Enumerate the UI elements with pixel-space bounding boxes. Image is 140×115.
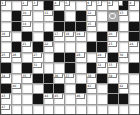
cell-r4-c2[interactable]: 21 xyxy=(22,42,32,51)
clue-number: 42 xyxy=(119,84,123,87)
cell-r2-c11[interactable] xyxy=(119,22,129,31)
cell-r7-c12[interactable] xyxy=(129,74,139,83)
clue-number-box: 9 xyxy=(129,1,134,6)
clue-number: 38 xyxy=(87,74,91,77)
clue-number: 37 xyxy=(65,74,69,77)
cell-r7-c5[interactable]: 36 xyxy=(54,74,64,83)
cell-r3-c10[interactable]: 20 xyxy=(108,32,118,41)
cell-r1-c11[interactable]: 13 xyxy=(119,11,129,20)
cell-r9-c8[interactable] xyxy=(87,94,97,103)
cell-r9-c1[interactable] xyxy=(12,94,22,103)
cell-r10-c6[interactable] xyxy=(65,105,75,114)
clue-number-box: 35 xyxy=(22,74,31,79)
clue-number: 10 xyxy=(22,11,26,14)
cell-r9-c12[interactable] xyxy=(129,94,139,103)
clue-number: 7 xyxy=(97,1,99,4)
cell-r4-c5[interactable] xyxy=(54,42,64,51)
clue-number-box: 33 xyxy=(108,63,117,68)
cell-r10-c11[interactable] xyxy=(119,105,129,114)
cell-r7-c0[interactable]: 34 xyxy=(1,74,11,83)
cell-r2-c8[interactable]: 15 xyxy=(87,22,97,31)
cell-r2-c3[interactable] xyxy=(33,22,43,31)
clue-number-box: 40 xyxy=(12,84,21,89)
cell-r1-c7-black xyxy=(76,11,86,20)
cell-r9-c11-black xyxy=(119,94,129,103)
clue-number-box: 20 xyxy=(108,32,117,37)
clue-number: 43 xyxy=(1,94,5,97)
cell-r1-c0[interactable] xyxy=(1,11,11,20)
cell-r6-c3[interactable]: 31 xyxy=(33,63,43,72)
clue-number-box: 30 xyxy=(119,53,128,58)
cell-r6-c9[interactable]: 32 xyxy=(97,63,107,72)
cell-r8-c4-black xyxy=(44,84,54,93)
clue-number: 16 xyxy=(1,32,5,35)
cell-r10-c3[interactable] xyxy=(33,105,43,114)
cell-r8-c1[interactable]: 40 xyxy=(12,84,22,93)
cell-r3-c6[interactable]: 18 xyxy=(65,32,75,41)
cell-r7-c1[interactable] xyxy=(12,74,22,83)
clue-number: 3 xyxy=(33,1,35,4)
cell-r2-c0[interactable] xyxy=(1,22,11,31)
cell-r4-c4[interactable]: 22 xyxy=(44,42,54,51)
cell-r10-c9[interactable] xyxy=(97,105,107,114)
cell-r4-c0[interactable] xyxy=(1,42,11,51)
cell-r5-c12[interactable] xyxy=(129,53,139,62)
cell-r2-c7-black xyxy=(76,22,86,31)
clue-number-box: 11 xyxy=(44,11,53,16)
cell-r10-c12[interactable] xyxy=(129,105,139,114)
cell-r5-c4[interactable] xyxy=(44,53,54,62)
cell-r7-c9-black xyxy=(97,74,107,83)
cell-r5-c8[interactable] xyxy=(87,53,97,62)
cell-r3-c2-black xyxy=(22,32,32,41)
clue-number: 4 xyxy=(54,1,56,4)
clue-number-box: 1 xyxy=(1,1,6,6)
clue-number-box: 37 xyxy=(65,74,74,79)
cell-r5-c0[interactable]: 25 xyxy=(1,53,11,62)
cell-r9-c6[interactable] xyxy=(65,94,75,103)
cell-r4-c7[interactable] xyxy=(76,42,86,51)
cell-r1-c3[interactable] xyxy=(33,11,43,20)
clue-number: 20 xyxy=(108,32,112,35)
clue-number-box: 8 xyxy=(108,1,113,6)
clue-number: 2 xyxy=(22,1,24,4)
clue-number: 8 xyxy=(108,1,110,4)
cell-r8-c12[interactable] xyxy=(129,84,139,93)
clue-number: 25 xyxy=(1,53,5,56)
clue-number-box: 12 xyxy=(87,11,96,16)
cell-r6-c4[interactable] xyxy=(44,63,54,72)
clue-number: 12 xyxy=(87,11,91,14)
cell-r3-c3[interactable] xyxy=(33,32,43,41)
cell-r7-c7[interactable] xyxy=(76,74,86,83)
clue-number: 13 xyxy=(119,11,123,14)
cell-r8-c6[interactable] xyxy=(65,84,75,93)
clue-number: 27 xyxy=(33,53,37,56)
clue-number: 24 xyxy=(129,42,133,45)
cell-r9-c3-black xyxy=(33,94,43,103)
cell-r8-c3[interactable] xyxy=(33,84,43,93)
clue-number-box: 3 xyxy=(33,1,38,6)
clue-number-box: 19 xyxy=(76,32,85,37)
cell-r6-c6-black xyxy=(65,63,75,72)
cell-r5-c1[interactable]: 26 xyxy=(12,53,22,62)
clue-number: 9 xyxy=(129,1,131,4)
cell-r0-c4-black xyxy=(44,1,54,10)
cell-r4-c12[interactable]: 24 xyxy=(129,42,139,51)
cell-r0-c3[interactable]: 3 xyxy=(33,1,43,10)
cell-r1-c6[interactable] xyxy=(65,11,75,20)
cell-r4-c10[interactable]: 23 xyxy=(108,42,118,51)
cell-r2-c9[interactable] xyxy=(97,22,107,31)
cell-r0-c0[interactable]: 1 xyxy=(1,1,11,10)
cell-r4-c3-black xyxy=(33,42,43,51)
cell-r5-c6-black xyxy=(65,53,75,62)
cell-r4-c6[interactable] xyxy=(65,42,75,51)
clue-number: 46 xyxy=(76,94,80,97)
cell-r5-c10-black xyxy=(108,53,118,62)
cell-r2-c4[interactable] xyxy=(44,22,54,31)
clue-number: 14 xyxy=(22,22,26,25)
cell-r4-c8-black xyxy=(87,42,97,51)
cell-r3-c8[interactable] xyxy=(87,32,97,41)
clue-number-box: 47 xyxy=(1,105,10,110)
clue-number: 44 xyxy=(44,94,48,97)
cell-r8-c7-black xyxy=(76,84,86,93)
cell-r3-c7[interactable]: 19 xyxy=(76,32,86,41)
cell-r7-c2[interactable]: 35 xyxy=(22,74,32,83)
clue-number-box: 36 xyxy=(54,74,63,79)
clue-number: 5 xyxy=(65,1,67,4)
cell-r8-c11[interactable]: 42 xyxy=(119,84,129,93)
clue-number-box: 17 xyxy=(54,32,63,37)
cell-r3-c9-black xyxy=(97,32,107,41)
cell-r9-c0[interactable]: 43 xyxy=(1,94,11,103)
cell-r0-c6[interactable]: 5 xyxy=(65,1,75,10)
clue-number-box: 7 xyxy=(97,1,102,6)
clue-number-box xyxy=(119,1,124,6)
cell-r4-c1-black xyxy=(12,42,22,51)
clue-number-box: 15 xyxy=(87,22,96,27)
clue-number-box: 32 xyxy=(97,63,106,68)
cell-r5-c5-black xyxy=(54,53,64,62)
cell-r1-c1-black xyxy=(12,11,22,20)
cell-r8-c2[interactable] xyxy=(22,84,32,93)
cell-r3-c11[interactable] xyxy=(119,32,129,41)
cell-r0-c1[interactable] xyxy=(12,1,22,10)
cell-r7-c4-black xyxy=(44,74,54,83)
clue-number-box: 22 xyxy=(44,42,53,47)
cell-r0-c12[interactable]: 9 xyxy=(129,1,139,10)
clue-number: 22 xyxy=(44,42,48,45)
cell-r2-c2[interactable]: 14 xyxy=(22,22,32,31)
clue-number: 26 xyxy=(12,53,16,56)
clue-number-box: 34 xyxy=(1,74,10,79)
circle-mark-icon xyxy=(109,13,116,20)
clue-number: 36 xyxy=(54,74,58,77)
clue-number-box: 14 xyxy=(22,22,31,27)
clue-number-box: 26 xyxy=(12,53,21,58)
cell-r7-c11[interactable] xyxy=(119,74,129,83)
cell-r4-c11[interactable] xyxy=(119,42,129,51)
cell-r3-c0[interactable]: 16 xyxy=(1,32,11,41)
cell-r1-c12[interactable] xyxy=(129,11,139,20)
cell-r9-c2[interactable] xyxy=(22,94,32,103)
cell-r10-c1[interactable] xyxy=(12,105,22,114)
clue-number: 45 xyxy=(54,94,58,97)
cell-r3-c1[interactable] xyxy=(12,32,22,41)
cell-r6-c8-black xyxy=(87,63,97,72)
clue-number-box: 31 xyxy=(33,63,42,68)
clue-number-box: 21 xyxy=(22,42,31,47)
cell-r5-c3[interactable]: 27 xyxy=(33,53,43,62)
cell-r2-c1-black xyxy=(12,22,22,31)
cell-r1-c2[interactable]: 10 xyxy=(22,11,32,20)
clue-number: 28 xyxy=(76,53,80,56)
clue-number: 15 xyxy=(87,22,91,25)
clue-number-box: 42 xyxy=(119,84,128,89)
clue-number-box: 18 xyxy=(65,32,74,37)
clue-number-box: 39 xyxy=(108,74,117,79)
cell-r1-c4[interactable]: 11 xyxy=(44,11,54,20)
cell-r6-c0-black xyxy=(1,63,11,72)
clue-number: 29 xyxy=(97,53,101,56)
cell-r0-c9[interactable]: 7 xyxy=(97,1,107,10)
clue-number-box: 28 xyxy=(76,53,85,58)
cell-r0-c7[interactable] xyxy=(76,1,86,10)
cell-r5-c7[interactable]: 28 xyxy=(76,53,86,62)
clue-number-box: 38 xyxy=(87,74,96,79)
cell-r8-c10-black xyxy=(108,84,118,93)
clue-number: 35 xyxy=(22,74,26,77)
clue-number-box: 46 xyxy=(76,94,85,99)
clue-number-box: 16 xyxy=(1,32,10,37)
cell-r1-c10[interactable] xyxy=(108,11,118,20)
cell-r6-c5[interactable] xyxy=(54,63,64,72)
clue-number: 40 xyxy=(12,84,16,87)
cell-r7-c3-black xyxy=(33,74,43,83)
cell-r8-c9[interactable] xyxy=(97,84,107,93)
cell-r9-c10-black xyxy=(108,94,118,103)
clue-number: 11 xyxy=(44,11,48,14)
clue-number-box: 43 xyxy=(1,94,10,99)
cell-r9-c4[interactable]: 44 xyxy=(44,94,54,103)
cell-r6-c2-black xyxy=(22,63,32,72)
cell-r9-c9[interactable] xyxy=(97,94,107,103)
clue-number: 41 xyxy=(87,84,91,87)
clue-number: 39 xyxy=(108,74,112,77)
cell-r9-c7[interactable]: 46 xyxy=(76,94,86,103)
cell-r2-c10-black xyxy=(108,22,118,31)
cell-r8-c0-black xyxy=(1,84,11,93)
clue-number-box: 13 xyxy=(119,11,128,16)
cell-r10-c2[interactable] xyxy=(22,105,32,114)
cell-r1-c9[interactable] xyxy=(97,11,107,20)
cell-r6-c1[interactable] xyxy=(12,63,22,72)
cell-r8-c8[interactable]: 41 xyxy=(87,84,97,93)
cell-r0-c10[interactable]: 8 xyxy=(108,1,118,10)
cell-r1-c5-black xyxy=(54,11,64,20)
cell-r2-c5-black xyxy=(54,22,64,31)
cell-r1-c8[interactable]: 12 xyxy=(87,11,97,20)
cell-r7-c10[interactable]: 39 xyxy=(108,74,118,83)
clue-number-box: 5 xyxy=(65,1,70,6)
crossword-board: 1234567891011121314151617181920212223242… xyxy=(0,0,140,115)
clue-number: 23 xyxy=(108,42,112,45)
cell-r0-c5[interactable]: 4 xyxy=(54,1,64,10)
cell-r10-c7[interactable] xyxy=(76,105,86,114)
clue-number-box: 27 xyxy=(33,53,42,58)
clue-number-box: 44 xyxy=(44,94,53,99)
cell-r2-c12-black xyxy=(129,22,139,31)
clue-number: 6 xyxy=(87,1,89,4)
clue-number: 34 xyxy=(1,74,5,77)
clue-number-box: 25 xyxy=(1,53,10,58)
cell-r3-c12-black xyxy=(129,32,139,41)
cell-r5-c11[interactable]: 30 xyxy=(119,53,129,62)
clue-number: 30 xyxy=(119,53,123,56)
cell-r10-c10[interactable] xyxy=(108,105,118,114)
cell-r5-c9[interactable]: 29 xyxy=(97,53,107,62)
clue-number-box: 45 xyxy=(54,94,63,99)
cell-r5-c2[interactable] xyxy=(22,53,32,62)
cell-r6-c10[interactable]: 33 xyxy=(108,63,118,72)
clue-number-box: 23 xyxy=(108,42,117,47)
clue-number: 31 xyxy=(33,63,37,66)
cell-r6-c11[interactable] xyxy=(119,63,129,72)
cell-r2-c6-black xyxy=(65,22,75,31)
clue-number-box: 24 xyxy=(129,42,138,47)
cell-r10-c4[interactable] xyxy=(44,105,54,114)
clue-number-box: 2 xyxy=(22,1,27,6)
clue-number: 47 xyxy=(1,105,5,108)
cell-r6-c7[interactable] xyxy=(76,63,86,72)
cell-r7-c6[interactable]: 37 xyxy=(65,74,75,83)
clue-number: 33 xyxy=(108,63,112,66)
cell-r10-c8[interactable] xyxy=(87,105,97,114)
cell-r7-c8[interactable]: 38 xyxy=(87,74,97,83)
cell-r8-c5-black xyxy=(54,84,64,93)
clue-number-box: 4 xyxy=(54,1,59,6)
clue-number-box: 41 xyxy=(87,84,96,89)
clue-number-box: 29 xyxy=(97,53,106,58)
clue-number: 32 xyxy=(97,63,101,66)
cell-r3-c4-black xyxy=(44,32,54,41)
clue-number-box: 6 xyxy=(87,1,92,6)
clue-number: 17 xyxy=(54,32,58,35)
clue-number: 1 xyxy=(1,1,3,4)
cell-r9-c5[interactable]: 45 xyxy=(54,94,64,103)
cell-r10-c0[interactable]: 47 xyxy=(1,105,11,114)
cell-r10-c5[interactable] xyxy=(54,105,64,114)
cell-r0-c2[interactable]: 2 xyxy=(22,1,32,10)
cell-r3-c5[interactable]: 17 xyxy=(54,32,64,41)
clue-number-box: 10 xyxy=(22,11,31,16)
clue-number: 19 xyxy=(76,32,80,35)
clue-number: 18 xyxy=(65,32,69,35)
cell-r4-c9-black xyxy=(97,42,107,51)
clue-number: 21 xyxy=(22,42,26,45)
cell-r0-c11-black xyxy=(119,1,129,10)
cell-r0-c8[interactable]: 6 xyxy=(87,1,97,10)
cell-r6-c12-black xyxy=(129,63,139,72)
